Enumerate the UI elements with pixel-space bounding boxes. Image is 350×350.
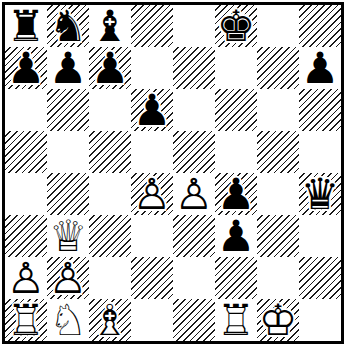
piece-halo: ♚ [215,5,257,47]
square-b4[interactable] [47,173,89,215]
square-e6[interactable] [173,89,215,131]
piece-black-pawn: ♟ [299,47,341,89]
piece-halo: ♟ [173,173,215,215]
piece-halo: ♝ [89,5,131,47]
square-b2[interactable]: ♟♙ [47,257,89,299]
square-b3[interactable]: ♛♕ [47,215,89,257]
piece-white-pawn: ♙ [131,173,173,215]
piece-halo: ♟ [89,47,131,89]
square-g4[interactable] [257,173,299,215]
square-f8[interactable]: ♚♚ [215,5,257,47]
piece-halo: ♚ [257,299,299,341]
square-g7[interactable] [257,47,299,89]
square-h6[interactable] [299,89,341,131]
square-f1[interactable]: ♜♖ [215,299,257,341]
piece-black-knight: ♞ [47,5,89,47]
square-c6[interactable] [89,89,131,131]
square-g6[interactable] [257,89,299,131]
piece-halo: ♟ [131,173,173,215]
square-d1[interactable] [131,299,173,341]
piece-halo: ♟ [5,47,47,89]
square-d5[interactable] [131,131,173,173]
square-a4[interactable] [5,173,47,215]
piece-white-king: ♔ [257,299,299,341]
square-c5[interactable] [89,131,131,173]
square-b8[interactable]: ♞♞ [47,5,89,47]
piece-halo: ♟ [215,173,257,215]
piece-black-pawn: ♟ [89,47,131,89]
square-a5[interactable] [5,131,47,173]
square-h1[interactable] [299,299,341,341]
piece-white-bishop: ♗ [89,299,131,341]
piece-halo: ♟ [131,89,173,131]
piece-halo: ♛ [299,173,341,215]
piece-halo: ♞ [47,5,89,47]
piece-halo: ♞ [47,299,89,341]
square-h3[interactable] [299,215,341,257]
piece-white-pawn: ♙ [5,257,47,299]
piece-white-rook: ♖ [5,299,47,341]
square-g2[interactable] [257,257,299,299]
square-c8[interactable]: ♝♝ [89,5,131,47]
square-d8[interactable] [131,5,173,47]
square-c3[interactable] [89,215,131,257]
square-b7[interactable]: ♟♟ [47,47,89,89]
square-f4[interactable]: ♟♟ [215,173,257,215]
square-g3[interactable] [257,215,299,257]
piece-white-pawn: ♙ [173,173,215,215]
square-d3[interactable] [131,215,173,257]
square-f7[interactable] [215,47,257,89]
piece-black-rook: ♜ [5,5,47,47]
square-g1[interactable]: ♚♔ [257,299,299,341]
square-e5[interactable] [173,131,215,173]
square-e1[interactable] [173,299,215,341]
square-e7[interactable] [173,47,215,89]
piece-black-king: ♚ [215,5,257,47]
square-f6[interactable] [215,89,257,131]
square-d2[interactable] [131,257,173,299]
square-g8[interactable] [257,5,299,47]
square-h7[interactable]: ♟♟ [299,47,341,89]
square-f3[interactable]: ♟♟ [215,215,257,257]
square-a1[interactable]: ♜♖ [5,299,47,341]
piece-halo: ♝ [89,299,131,341]
square-d4[interactable]: ♟♙ [131,173,173,215]
square-c4[interactable] [89,173,131,215]
piece-halo: ♜ [5,5,47,47]
piece-black-pawn: ♟ [215,173,257,215]
piece-white-knight: ♘ [47,299,89,341]
piece-white-pawn: ♙ [47,257,89,299]
square-d7[interactable] [131,47,173,89]
chess-diagram: ♜♜♞♞♝♝♚♚♟♟♟♟♟♟♟♟♟♟♟♙♟♙♟♟♛♛♛♕♟♟♟♙♟♙♜♖♞♘♝♗… [0,0,350,350]
square-a7[interactable]: ♟♟ [5,47,47,89]
piece-black-bishop: ♝ [89,5,131,47]
square-e4[interactable]: ♟♙ [173,173,215,215]
square-a6[interactable] [5,89,47,131]
square-f5[interactable] [215,131,257,173]
chess-board: ♜♜♞♞♝♝♚♚♟♟♟♟♟♟♟♟♟♟♟♙♟♙♟♟♛♛♛♕♟♟♟♙♟♙♜♖♞♘♝♗… [2,2,344,344]
square-h8[interactable] [299,5,341,47]
square-c2[interactable] [89,257,131,299]
square-e8[interactable] [173,5,215,47]
piece-black-pawn: ♟ [5,47,47,89]
piece-halo: ♟ [299,47,341,89]
square-a2[interactable]: ♟♙ [5,257,47,299]
square-b5[interactable] [47,131,89,173]
piece-black-queen: ♛ [299,173,341,215]
piece-halo: ♟ [47,47,89,89]
piece-halo: ♟ [47,257,89,299]
square-a3[interactable] [5,215,47,257]
piece-halo: ♛ [47,215,89,257]
square-a8[interactable]: ♜♜ [5,5,47,47]
piece-black-pawn: ♟ [131,89,173,131]
piece-halo: ♟ [5,257,47,299]
square-d6[interactable]: ♟♟ [131,89,173,131]
square-e3[interactable] [173,215,215,257]
piece-white-queen: ♕ [47,215,89,257]
square-h2[interactable] [299,257,341,299]
piece-white-rook: ♖ [215,299,257,341]
square-c7[interactable]: ♟♟ [89,47,131,89]
piece-halo: ♟ [215,215,257,257]
square-e2[interactable] [173,257,215,299]
square-h4[interactable]: ♛♛ [299,173,341,215]
piece-halo: ♜ [215,299,257,341]
square-b6[interactable] [47,89,89,131]
piece-black-pawn: ♟ [47,47,89,89]
square-g5[interactable] [257,131,299,173]
square-c1[interactable]: ♝♗ [89,299,131,341]
square-f2[interactable] [215,257,257,299]
piece-halo: ♜ [5,299,47,341]
square-b1[interactable]: ♞♘ [47,299,89,341]
square-h5[interactable] [299,131,341,173]
piece-black-pawn: ♟ [215,215,257,257]
